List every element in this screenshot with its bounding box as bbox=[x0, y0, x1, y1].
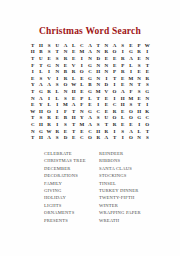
grid-cell: E bbox=[119, 121, 127, 128]
grid-cell: V bbox=[45, 75, 53, 82]
grid-cell: O bbox=[110, 88, 118, 95]
grid-cell: E bbox=[135, 95, 143, 102]
grid-cell: C bbox=[86, 128, 94, 135]
grid-cell: N bbox=[135, 134, 143, 141]
grid-cell: S bbox=[53, 134, 61, 141]
grid-cell: M bbox=[78, 121, 86, 128]
grid-cell: S bbox=[135, 62, 143, 69]
grid-cell: I bbox=[102, 75, 110, 82]
grid-cell: L bbox=[45, 101, 53, 108]
grid-cell: N bbox=[61, 88, 69, 95]
grid-cell: R bbox=[45, 88, 53, 95]
grid-cell: N bbox=[78, 108, 86, 115]
grid-cell: D bbox=[94, 55, 102, 62]
grid-cell: A bbox=[110, 42, 118, 49]
worksheet-page: Christmas Word Search THSUALCATNASEPWHBS… bbox=[0, 0, 180, 256]
grid-cell: A bbox=[37, 82, 45, 89]
grid-cell: N bbox=[143, 55, 151, 62]
grid-cell: M bbox=[78, 49, 86, 56]
grid-cell: T bbox=[110, 75, 118, 82]
grid-cell: H bbox=[37, 108, 45, 115]
word-item: CELEBRATE bbox=[44, 150, 99, 157]
word-item: GIVING bbox=[44, 187, 99, 194]
grid-cell: C bbox=[29, 121, 37, 128]
grid-cell: B bbox=[61, 68, 69, 75]
grid-cell: E bbox=[110, 62, 118, 69]
grid-cell: O bbox=[127, 134, 135, 141]
grid-cell: L bbox=[86, 95, 94, 102]
grid-cell: H bbox=[37, 42, 45, 49]
word-list: CELEBRATECHRISTMAS TREEDECEMBERDECORATIO… bbox=[0, 150, 180, 224]
grid-cell: I bbox=[119, 49, 127, 56]
grid-cell: A bbox=[86, 42, 94, 49]
grid-cell: S bbox=[94, 115, 102, 122]
grid-cell: D bbox=[61, 134, 69, 141]
grid-cell: W bbox=[45, 128, 53, 135]
grid-cell: H bbox=[70, 115, 78, 122]
grid-cell: O bbox=[61, 82, 69, 89]
grid-cell: E bbox=[78, 75, 86, 82]
grid-cell: N bbox=[143, 95, 151, 102]
grid-cell: I bbox=[78, 62, 86, 69]
grid-cell: A bbox=[45, 82, 53, 89]
grid-cell: S bbox=[53, 82, 61, 89]
grid-cell: T bbox=[70, 121, 78, 128]
grid-cell: G bbox=[86, 62, 94, 69]
grid-cell: E bbox=[119, 108, 127, 115]
grid-cell: H bbox=[135, 108, 143, 115]
grid-cell: T bbox=[143, 62, 151, 69]
grid-cell: U bbox=[53, 42, 61, 49]
grid-cell: S bbox=[61, 121, 69, 128]
grid-cell: R bbox=[119, 55, 127, 62]
grid-cell: S bbox=[37, 115, 45, 122]
grid-cell: I bbox=[135, 121, 143, 128]
grid-cell: W bbox=[143, 42, 151, 49]
word-item: SANTA CLAUS bbox=[99, 165, 169, 172]
grid-cell: H bbox=[37, 134, 45, 141]
grid-cell: L bbox=[37, 68, 45, 75]
grid-cell: Y bbox=[37, 101, 45, 108]
word-item: RIBBONS bbox=[99, 157, 169, 164]
grid-cell: U bbox=[102, 115, 110, 122]
grid-cell: I bbox=[53, 101, 61, 108]
word-item: HOLIDAY bbox=[44, 194, 99, 201]
grid-cell: O bbox=[127, 115, 135, 122]
grid-cell: V bbox=[70, 62, 78, 69]
grid-cell: V bbox=[102, 88, 110, 95]
grid-cell: D bbox=[102, 82, 110, 89]
grid-cell: N bbox=[29, 128, 37, 135]
grid-cell: C bbox=[78, 134, 86, 141]
grid-cell: E bbox=[61, 128, 69, 135]
word-search-grid: THSUALCATNASEPWHBSTNEMANROIGRITUESREINDE… bbox=[29, 42, 152, 141]
word-item: ORNAMENTS bbox=[44, 209, 99, 216]
grid-cell: T bbox=[94, 95, 102, 102]
grid-cell: Y bbox=[29, 82, 37, 89]
grid-cell: T bbox=[29, 55, 37, 62]
grid-cell: C bbox=[94, 108, 102, 115]
grid-cell: E bbox=[119, 75, 127, 82]
word-item: LIGHTS bbox=[44, 202, 99, 209]
grid-cell: E bbox=[135, 55, 143, 62]
grid-cell: E bbox=[102, 101, 110, 108]
grid-cell: E bbox=[45, 55, 53, 62]
grid-cell: T bbox=[29, 88, 37, 95]
grid-cell: E bbox=[78, 128, 86, 135]
grid-container: THSUALCATNASEPWHBSTNEMANROIGRITUESREINDE… bbox=[0, 42, 180, 141]
word-item: STOCKINGS bbox=[99, 172, 169, 179]
grid-cell: M bbox=[94, 88, 102, 95]
grid-cell: L bbox=[70, 75, 78, 82]
grid-cell: C bbox=[86, 68, 94, 75]
grid-cell: S bbox=[53, 55, 61, 62]
grid-cell: F bbox=[29, 62, 37, 69]
grid-cell: N bbox=[53, 62, 61, 69]
grid-cell: G bbox=[143, 88, 151, 95]
grid-cell: U bbox=[37, 55, 45, 62]
grid-cell: T bbox=[102, 121, 110, 128]
grid-cell: C bbox=[78, 42, 86, 49]
grid-cell: O bbox=[110, 115, 118, 122]
grid-cell: S bbox=[127, 101, 135, 108]
grid-cell: R bbox=[45, 115, 53, 122]
page-title: Christmas Word Search bbox=[0, 0, 180, 36]
grid-cell: G bbox=[127, 49, 135, 56]
grid-cell: N bbox=[94, 75, 102, 82]
grid-cell: Y bbox=[78, 115, 86, 122]
grid-cell: R bbox=[110, 121, 118, 128]
grid-cell: A bbox=[61, 42, 69, 49]
grid-cell: B bbox=[86, 82, 94, 89]
grid-cell: C bbox=[143, 115, 151, 122]
grid-cell: R bbox=[102, 128, 110, 135]
grid-cell: E bbox=[143, 68, 151, 75]
word-item: WINTER bbox=[99, 202, 169, 209]
grid-cell: S bbox=[119, 42, 127, 49]
grid-cell: O bbox=[86, 134, 94, 141]
grid-cell: R bbox=[94, 134, 102, 141]
word-item: WREATH bbox=[99, 217, 169, 224]
grid-cell: A bbox=[86, 121, 94, 128]
grid-cell: I bbox=[143, 49, 151, 56]
grid-cell: A bbox=[127, 128, 135, 135]
grid-cell: G bbox=[86, 88, 94, 95]
grid-cell: E bbox=[61, 62, 69, 69]
grid-cell: N bbox=[94, 49, 102, 56]
grid-cell: B bbox=[61, 115, 69, 122]
grid-cell: I bbox=[45, 68, 53, 75]
grid-cell: F bbox=[61, 108, 69, 115]
grid-cell: F bbox=[78, 101, 86, 108]
grid-cell: E bbox=[70, 95, 78, 102]
grid-cell: F bbox=[127, 88, 135, 95]
word-list-right-column: REINDEERRIBBONSSANTA CLAUSSTOCKINGSTINSE… bbox=[99, 150, 169, 224]
grid-cell: H bbox=[94, 128, 102, 135]
grid-cell: T bbox=[29, 115, 37, 122]
grid-cell: E bbox=[102, 95, 110, 102]
grid-cell: G bbox=[86, 108, 94, 115]
grid-cell: I bbox=[45, 95, 53, 102]
grid-cell: M bbox=[127, 75, 135, 82]
word-item: CHRISTMAS TREE bbox=[44, 157, 99, 164]
grid-cell: T bbox=[37, 62, 45, 69]
grid-cell: S bbox=[119, 128, 127, 135]
word-item: FAMILY bbox=[44, 180, 99, 187]
grid-cell: N bbox=[86, 55, 94, 62]
grid-cell: N bbox=[127, 82, 135, 89]
word-item: REINDEER bbox=[99, 150, 169, 157]
grid-cell: L bbox=[135, 128, 143, 135]
grid-cell: S bbox=[37, 75, 45, 82]
grid-cell: G bbox=[135, 115, 143, 122]
grid-cell: R bbox=[61, 55, 69, 62]
grid-cell: H bbox=[70, 88, 78, 95]
grid-cell: H bbox=[119, 101, 127, 108]
grid-cell: E bbox=[29, 75, 37, 82]
grid-cell: A bbox=[86, 49, 94, 56]
grid-cell: A bbox=[37, 95, 45, 102]
grid-cell: L bbox=[53, 95, 61, 102]
grid-cell: T bbox=[29, 42, 37, 49]
grid-cell: M bbox=[61, 101, 69, 108]
grid-cell: E bbox=[70, 55, 78, 62]
grid-cell: S bbox=[94, 121, 102, 128]
grid-cell: A bbox=[70, 101, 78, 108]
grid-cell: S bbox=[143, 134, 151, 141]
grid-cell: I bbox=[110, 128, 118, 135]
grid-cell: P bbox=[119, 62, 127, 69]
grid-cell: E bbox=[119, 82, 127, 89]
word-item: DECORATIONS bbox=[44, 172, 99, 179]
grid-cell: E bbox=[102, 108, 110, 115]
grid-cell: H bbox=[29, 49, 37, 56]
grid-cell: G bbox=[86, 75, 94, 82]
grid-cell: K bbox=[143, 108, 151, 115]
grid-cell: S bbox=[61, 95, 69, 102]
grid-cell: T bbox=[143, 128, 151, 135]
grid-cell: N bbox=[94, 62, 102, 69]
grid-cell: T bbox=[70, 128, 78, 135]
grid-cell: E bbox=[70, 134, 78, 141]
grid-cell: T bbox=[53, 49, 61, 56]
grid-cell: G bbox=[37, 128, 45, 135]
grid-cell: R bbox=[110, 108, 118, 115]
grid-cell: L bbox=[127, 62, 135, 69]
grid-cell: T bbox=[110, 134, 118, 141]
grid-cell: N bbox=[102, 68, 110, 75]
grid-cell: I bbox=[127, 68, 135, 75]
grid-cell: S bbox=[135, 88, 143, 95]
grid-cell: O bbox=[110, 49, 118, 56]
grid-cell: I bbox=[110, 95, 118, 102]
grid-cell: R bbox=[135, 49, 143, 56]
grid-cell: M bbox=[127, 95, 135, 102]
grid-cell: G bbox=[45, 62, 53, 69]
grid-cell: H bbox=[37, 121, 45, 128]
grid-cell: T bbox=[135, 101, 143, 108]
grid-cell: S bbox=[45, 42, 53, 49]
grid-cell: T bbox=[135, 82, 143, 89]
grid-cell: I bbox=[29, 68, 37, 75]
grid-cell: T bbox=[29, 134, 37, 141]
grid-cell: P bbox=[135, 42, 143, 49]
word-item: TINSEL bbox=[99, 180, 169, 187]
grid-cell: E bbox=[86, 101, 94, 108]
grid-cell: R bbox=[143, 75, 151, 82]
grid-cell: N bbox=[135, 75, 143, 82]
grid-cell: E bbox=[29, 101, 37, 108]
grid-cell: O bbox=[45, 108, 53, 115]
grid-cell: E bbox=[127, 121, 135, 128]
grid-cell: E bbox=[53, 115, 61, 122]
grid-cell: A bbox=[102, 134, 110, 141]
grid-cell: G bbox=[37, 88, 45, 95]
grid-cell: T bbox=[94, 42, 102, 49]
grid-cell: L bbox=[119, 115, 127, 122]
grid-cell: H bbox=[119, 95, 127, 102]
grid-cell: T bbox=[70, 108, 78, 115]
grid-cell: E bbox=[102, 55, 110, 62]
grid-cell: S bbox=[45, 49, 53, 56]
grid-cell: I bbox=[110, 82, 118, 89]
grid-cell: I bbox=[53, 121, 61, 128]
grid-cell: E bbox=[135, 68, 143, 75]
grid-cell: R bbox=[70, 68, 78, 75]
grid-cell: A bbox=[45, 134, 53, 141]
grid-cell: C bbox=[110, 101, 118, 108]
grid-cell: I bbox=[78, 55, 86, 62]
word-item: WRAPPING PAPER bbox=[99, 209, 169, 216]
grid-cell: S bbox=[143, 82, 151, 89]
grid-cell: O bbox=[127, 108, 135, 115]
grid-cell: E bbox=[70, 49, 78, 56]
grid-cell: O bbox=[143, 121, 151, 128]
grid-cell: A bbox=[119, 88, 127, 95]
grid-cell: E bbox=[110, 55, 118, 62]
grid-cell: L bbox=[53, 88, 61, 95]
grid-cell: P bbox=[110, 68, 118, 75]
grid-cell: N bbox=[94, 82, 102, 89]
grid-cell: P bbox=[78, 95, 86, 102]
grid-cell: N bbox=[29, 95, 37, 102]
grid-cell: A bbox=[127, 55, 135, 62]
grid-cell: R bbox=[102, 49, 110, 56]
grid-cell: I bbox=[53, 75, 61, 82]
grid-cell: W bbox=[29, 108, 37, 115]
grid-cell: I bbox=[53, 108, 61, 115]
word-item: PRESENTS bbox=[44, 217, 99, 224]
grid-cell: I bbox=[143, 101, 151, 108]
grid-cell: I bbox=[119, 134, 127, 141]
grid-cell: A bbox=[86, 115, 94, 122]
grid-cell: N bbox=[102, 62, 110, 69]
grid-cell: I bbox=[94, 101, 102, 108]
grid-cell: R bbox=[61, 75, 69, 82]
grid-cell: L bbox=[70, 42, 78, 49]
grid-cell: E bbox=[127, 42, 135, 49]
grid-cell: N bbox=[61, 49, 69, 56]
grid-cell: E bbox=[78, 88, 86, 95]
word-item: TWENTY-FIFTH bbox=[99, 194, 169, 201]
grid-cell: L bbox=[78, 82, 86, 89]
grid-cell: N bbox=[102, 42, 110, 49]
grid-cell: N bbox=[53, 68, 61, 75]
word-item: DECEMBER bbox=[44, 165, 99, 172]
grid-cell: R bbox=[119, 68, 127, 75]
grid-cell: H bbox=[94, 68, 102, 75]
word-item: TURKEY DINNER bbox=[99, 187, 169, 194]
grid-cell: R bbox=[45, 121, 53, 128]
grid-cell: W bbox=[70, 82, 78, 89]
grid-cell: B bbox=[37, 49, 45, 56]
grid-cell: O bbox=[78, 68, 86, 75]
word-list-left-column: CELEBRATECHRISTMAS TREEDECEMBERDECORATIO… bbox=[44, 150, 99, 224]
grid-cell: R bbox=[53, 128, 61, 135]
